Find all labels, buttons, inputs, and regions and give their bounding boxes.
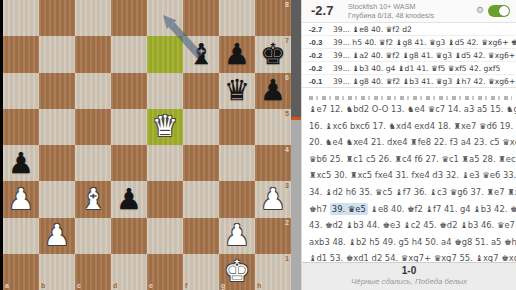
file-label-e: e [149, 282, 153, 289]
white-pawn-piece: ♟ [44, 221, 70, 250]
engine-line-eval: -0.3 [302, 38, 333, 47]
square-g6[interactable]: ♛ [219, 73, 255, 109]
black-bishop-piece: ♝ [188, 40, 214, 69]
engine-line-5[interactable]: -0.139... ♝g8 40. ♛f2 ♝b3 41. ♛g3 ♝h7 42… [302, 75, 516, 87]
scroll-thumb[interactable] [291, 0, 301, 117]
engine-line-3[interactable]: -0.239... ♝a2 40. ♛f2 ♝g8 41. ♛g3 ♝d5 42… [302, 49, 516, 62]
file-label-c: c [77, 282, 81, 289]
scroll-marker [291, 117, 301, 120]
white-pawn-piece: ♟ [224, 221, 250, 250]
rank-label-1: 1 [285, 255, 289, 262]
square-d3[interactable]: ♟ [111, 181, 147, 217]
square-e1[interactable]: e [147, 254, 183, 290]
square-h4[interactable]: 4 [255, 145, 291, 181]
square-a1[interactable]: a [3, 254, 39, 290]
move-row[interactable]: 34. ♝d2 h6 35. ♛c5 ♝f7 36. ♝c3 ♛g6 37. ♜… [302, 184, 516, 201]
square-f6[interactable] [183, 73, 219, 109]
engine-line-2[interactable]: -0.339... h5 40. ♛f2 ♝g8 41. ♛g3 ♝d5 42.… [302, 36, 516, 49]
engine-line-moves: 39... ♝g8 40. ♛f2 ♝b3 41. ♛g3 ♝h7 42. ♛x… [333, 77, 516, 86]
square-a5[interactable] [3, 109, 39, 145]
white-bishop-piece: ♝ [80, 185, 106, 214]
square-c4[interactable] [75, 145, 111, 181]
square-d4[interactable] [111, 145, 147, 181]
square-f3[interactable] [183, 181, 219, 217]
toggle-knob-icon [499, 6, 509, 16]
engine-header: -2.7 Stockfish 10+ WASM Глубина 6/18, 48… [302, 0, 516, 23]
move-row[interactable]: ♛b6 25. ♜c1 c5 26. ♜c4 f6 27. ♛c1 ♜a5 28… [302, 151, 516, 168]
white-pawn-piece: ♟ [260, 185, 286, 214]
engine-line-moves: 39... ♝b3 40. g4 ♝d1 41. ♛f5 ♛xf5 42. gx… [333, 64, 500, 73]
gear-icon[interactable]: ⚙ [476, 5, 484, 15]
result-text: Чёрные сдались, Победа белых [302, 277, 516, 286]
engine-line-4[interactable]: -0.239... ♝b3 40. g4 ♝d1 41. ♛f5 ♛xf5 42… [302, 62, 516, 75]
square-h3[interactable]: ♟3 [255, 181, 291, 217]
clipped-text-fragment [309, 96, 512, 100]
engine-line-1[interactable]: -2.739... ♝e8 40. ♛f2 d2 [302, 23, 516, 36]
square-e5[interactable]: ♛ [147, 109, 183, 145]
square-c8[interactable] [75, 0, 111, 36]
rank-label-5: 5 [285, 110, 289, 117]
square-h2[interactable]: 2 [255, 218, 291, 254]
square-f5[interactable] [183, 109, 219, 145]
square-a4[interactable]: ♟ [3, 145, 39, 181]
square-b6[interactable] [39, 73, 75, 109]
black-pawn-piece: ♟ [224, 40, 250, 69]
square-e2[interactable] [147, 218, 183, 254]
file-label-d: d [113, 282, 117, 289]
black-pawn-piece: ♟ [8, 149, 34, 178]
square-b3[interactable] [39, 181, 75, 217]
square-a2[interactable] [3, 218, 39, 254]
square-e7[interactable] [147, 36, 183, 72]
square-b2[interactable]: ♟ [39, 218, 75, 254]
engine-meta: Stockfish 10+ WASM Глубина 6/18, 48 knod… [348, 2, 434, 20]
engine-line-eval: -2.7 [302, 25, 333, 34]
engine-line-eval: -0.2 [302, 51, 333, 60]
black-king-piece: ♚ [260, 40, 286, 69]
engine-line-eval: -0.1 [302, 77, 333, 86]
move-row[interactable]: ♝e7 12. ♞bd2 O-O 13. ♞e4 ♛c7 14. a3 a5 1… [302, 101, 516, 118]
rank-label-4: 4 [285, 146, 289, 153]
engine-eval: -2.7 [311, 3, 333, 18]
rank-label-6: 6 [285, 74, 289, 81]
square-b1[interactable]: b [39, 254, 75, 290]
square-c5[interactable] [75, 109, 111, 145]
square-f1[interactable]: f [183, 254, 219, 290]
chess-board[interactable]: 8♝♟♚7♛♟6♛5♟4♟♝♟♟3♟♟2abcdef♚g1h [3, 0, 291, 290]
square-g3[interactable] [219, 181, 255, 217]
square-f2[interactable] [183, 218, 219, 254]
black-pawn-piece: ♟ [116, 185, 142, 214]
square-f7[interactable]: ♝ [183, 36, 219, 72]
square-e8[interactable] [147, 0, 183, 36]
move-row[interactable]: 16. ♝xc6 bxc6 17. ♞xd4 exd4 18. ♜xe7 ♛d6… [302, 118, 516, 135]
move-row[interactable]: 20. ♞e4 ♞xe4 21. dxe4 ♜fe8 22. f3 a4 23.… [302, 134, 516, 151]
square-g2[interactable]: ♟ [219, 218, 255, 254]
square-c3[interactable]: ♝ [75, 181, 111, 217]
result-block: 1-0 Чёрные сдались, Победа белых [302, 262, 516, 290]
black-queen-piece: ♛ [224, 76, 250, 105]
engine-line-eval: -0.2 [302, 64, 333, 73]
engine-panel: -2.7 Stockfish 10+ WASM Глубина 6/18, 48… [301, 0, 516, 290]
square-a3[interactable]: ♟ [3, 181, 39, 217]
file-label-a: a [5, 282, 9, 289]
current-move-highlight[interactable]: 39. ♛e5 [330, 203, 368, 215]
move-text: ♝e8 40. ♚f2 ♝f7 41. g4 ♝b3 42. ♚e3 ♝c2 [368, 204, 516, 214]
square-f8[interactable] [183, 0, 219, 36]
white-pawn-piece: ♟ [8, 185, 34, 214]
square-h1[interactable]: 1h [255, 254, 291, 290]
engine-line-moves: 39... ♝e8 40. ♛f2 d2 [333, 25, 412, 34]
result-score: 1-0 [302, 265, 516, 276]
file-label-g: g [221, 282, 225, 289]
square-a8[interactable] [3, 0, 39, 36]
file-label-h: h [257, 282, 261, 289]
square-b7[interactable] [39, 36, 75, 72]
move-row[interactable]: ♜xc5 30. ♜xc5 fxe4 31. fxe4 d3 32. ♝e3 ♛… [302, 167, 516, 184]
square-g4[interactable] [219, 145, 255, 181]
square-a6[interactable] [3, 73, 39, 109]
engine-name: Stockfish 10+ WASM [348, 2, 434, 11]
analysis-screen: 8♝♟♚7♛♟6♛5♟4♟♝♟♟3♟♟2abcdef♚g1h -2.7 Stoc… [0, 0, 516, 290]
square-d8[interactable] [111, 0, 147, 36]
rank-label-3: 3 [285, 182, 289, 189]
square-c7[interactable] [75, 36, 111, 72]
square-c6[interactable] [75, 73, 111, 109]
square-b4[interactable] [39, 145, 75, 181]
move-row[interactable]: axb3 48. ♝b2 h5 49. g5 h4 50. a4 ♚g8 51.… [302, 234, 516, 251]
white-queen-piece: ♛ [152, 112, 178, 141]
move-row-current[interactable]: ♚h7 39. ♛e5 ♝e8 40. ♚f2 ♝f7 41. g4 ♝b3 4… [302, 201, 516, 218]
move-row[interactable]: 43. ♚d2 ♝b3 44. ♚e3 ♝c2 45. ♚d2 ♝b3 46. … [302, 217, 516, 234]
engine-line-moves: 39... h5 40. ♛f2 ♝g8 41. ♛g3 ♝d5 42. ♛xg… [333, 38, 516, 47]
engine-toggle[interactable] [488, 5, 510, 17]
square-d1[interactable]: d [111, 254, 147, 290]
square-g7[interactable]: ♟ [219, 36, 255, 72]
file-label-b: b [41, 282, 45, 289]
square-g1[interactable]: ♚g [219, 254, 255, 290]
engine-depth: Глубина 6/18, 48 knodes/s [348, 11, 434, 20]
square-e3[interactable] [147, 181, 183, 217]
square-c1[interactable]: c [75, 254, 111, 290]
clipped-move-row [302, 88, 516, 101]
square-g5[interactable] [219, 109, 255, 145]
square-d5[interactable] [111, 109, 147, 145]
square-c2[interactable] [75, 218, 111, 254]
square-h5[interactable]: 5 [255, 109, 291, 145]
square-b8[interactable] [39, 0, 75, 36]
square-b5[interactable] [39, 109, 75, 145]
white-king-piece: ♚ [224, 257, 250, 286]
square-g8[interactable] [219, 0, 255, 36]
engine-line-moves: 39... ♝a2 40. ♛f2 ♝g8 41. ♛g3 ♝d5 42. ♛x… [333, 51, 516, 60]
square-e6[interactable] [147, 73, 183, 109]
rank-label-8: 8 [285, 1, 289, 8]
square-d2[interactable] [111, 218, 147, 254]
square-h7[interactable]: ♚7 [255, 36, 291, 72]
square-d7[interactable] [111, 36, 147, 72]
rank-label-7: 7 [285, 37, 289, 44]
square-h6[interactable]: ♟6 [255, 73, 291, 109]
square-e4[interactable] [147, 145, 183, 181]
move-list: ♝e7 12. ♞bd2 O-O 13. ♞e4 ♛c7 14. a3 a5 1… [302, 101, 516, 267]
engine-lines: -2.739... ♝e8 40. ♛f2 d2-0.339... h5 40.… [302, 23, 516, 88]
rank-label-2: 2 [285, 219, 289, 226]
black-pawn-piece: ♟ [260, 76, 286, 105]
scroll-gauge[interactable] [291, 0, 301, 290]
square-h8[interactable]: 8 [255, 0, 291, 36]
square-d6[interactable] [111, 73, 147, 109]
square-f4[interactable] [183, 145, 219, 181]
file-label-f: f [185, 282, 187, 289]
square-a7[interactable] [3, 36, 39, 72]
move-text: ♚h7 [309, 204, 330, 214]
